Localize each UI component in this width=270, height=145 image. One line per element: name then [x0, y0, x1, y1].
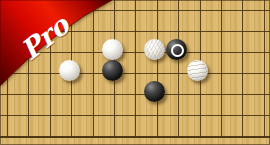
grid-line-horizontal [0, 94, 270, 95]
grid-line-vertical [28, 0, 29, 137]
white-stone [59, 60, 80, 81]
grid-line-vertical [7, 0, 8, 137]
grid-line-vertical [93, 0, 94, 137]
go-board[interactable]: Pro [0, 0, 270, 145]
grid-line-vertical [157, 0, 158, 137]
white-stone [102, 39, 123, 60]
grid-line-vertical [264, 0, 265, 137]
grid-line-vertical [178, 0, 179, 137]
grid-line-vertical [221, 0, 222, 137]
grid-line-horizontal [0, 73, 270, 74]
grid-line-vertical [135, 0, 136, 137]
black-stone [166, 39, 187, 60]
last-move-circle-marker [171, 44, 184, 57]
grid-line-board-edge [0, 136, 270, 138]
white-stone [187, 60, 208, 81]
grid-line-vertical [50, 0, 51, 137]
grid-line-horizontal [0, 31, 270, 32]
grid-line-horizontal [0, 52, 270, 53]
black-stone [102, 60, 123, 81]
grid-line-horizontal [0, 10, 270, 11]
grid-line-vertical [242, 0, 243, 137]
black-stone [144, 81, 165, 102]
grid-line-horizontal [0, 115, 270, 116]
white-stone [144, 39, 165, 60]
